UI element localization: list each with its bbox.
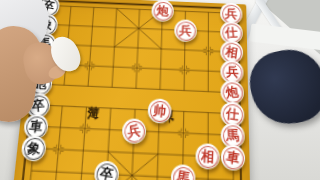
piece-character: 仕 [225, 26, 238, 39]
dark-bag [244, 43, 320, 131]
piece-character: 炮 [156, 4, 169, 17]
piece-character: 兵 [225, 7, 238, 20]
piece-character: 車 [28, 119, 43, 134]
piece-character: 兵 [127, 123, 142, 138]
piece-character: 兵 [226, 65, 239, 78]
piece-character: 卒 [99, 166, 115, 180]
piece-character: 炮 [225, 86, 239, 100]
piece-character: 相 [201, 149, 215, 164]
piece-character: 象 [27, 141, 41, 155]
piece-character: 馬 [175, 169, 190, 180]
piece-character: 帅 [152, 103, 166, 118]
piece-character: 相 [225, 45, 239, 59]
piece-character: 仕 [226, 106, 240, 121]
piece-character: 馬 [226, 128, 240, 142]
piece-character: 兵 [179, 24, 192, 37]
piece-character: 車 [226, 149, 241, 166]
photo-frame: 楚河 汉界 卒象馬士砲卒車象卒炮兵兵仕相兵炮帅仕兵馬相車馬 [0, 0, 320, 180]
